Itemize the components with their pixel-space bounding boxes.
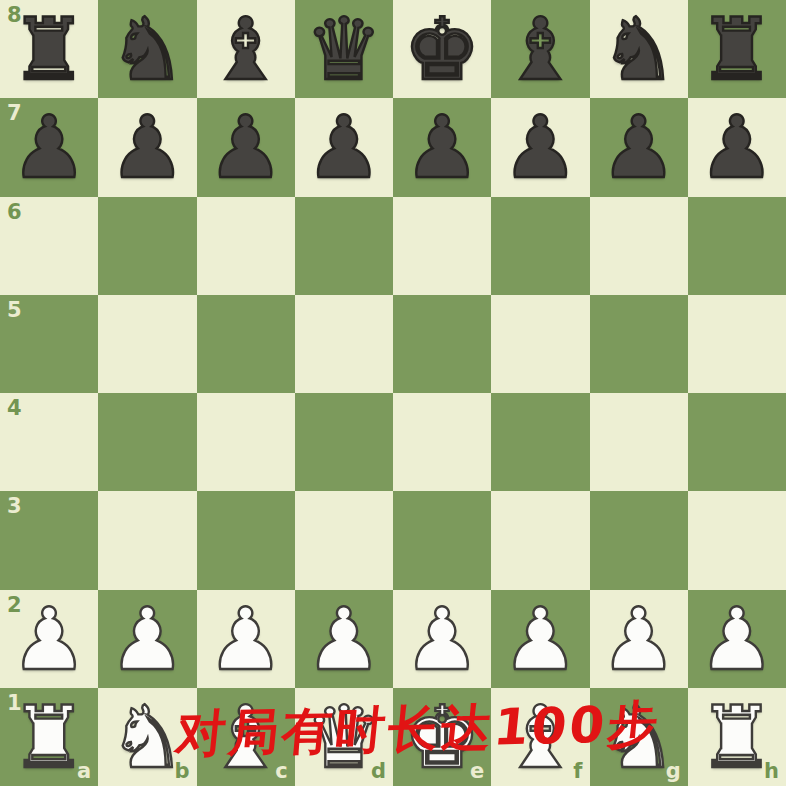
square-b1[interactable]: b♞ (98, 688, 196, 786)
square-e4[interactable] (393, 393, 491, 491)
square-a3[interactable]: 3 (0, 491, 98, 589)
piece-black-knight[interactable]: ♞ (590, 0, 688, 98)
square-h4[interactable] (688, 393, 786, 491)
piece-white-bishop[interactable]: ♝ (491, 688, 589, 786)
square-c8[interactable]: ♝ (197, 0, 295, 98)
square-g3[interactable] (590, 491, 688, 589)
piece-black-king[interactable]: ♚ (393, 0, 491, 98)
square-e1[interactable]: e♚ (393, 688, 491, 786)
square-d5[interactable] (295, 295, 393, 393)
square-f2[interactable]: ♟ (491, 590, 589, 688)
square-a7[interactable]: 7♟ (0, 98, 98, 196)
square-c7[interactable]: ♟ (197, 98, 295, 196)
square-e6[interactable] (393, 197, 491, 295)
square-g4[interactable] (590, 393, 688, 491)
chess-board: 8♜♞♝♛♚♝♞♜7♟♟♟♟♟♟♟♟65432♟♟♟♟♟♟♟♟1a♜b♞c♝d♛… (0, 0, 786, 786)
piece-white-king[interactable]: ♚ (393, 688, 491, 786)
square-h3[interactable] (688, 491, 786, 589)
square-a5[interactable]: 5 (0, 295, 98, 393)
square-d2[interactable]: ♟ (295, 590, 393, 688)
piece-white-pawn[interactable]: ♟ (98, 590, 196, 688)
square-e3[interactable] (393, 491, 491, 589)
square-a6[interactable]: 6 (0, 197, 98, 295)
square-f6[interactable] (491, 197, 589, 295)
rank-label-5: 5 (7, 300, 22, 321)
piece-white-pawn[interactable]: ♟ (197, 590, 295, 688)
square-b8[interactable]: ♞ (98, 0, 196, 98)
piece-white-bishop[interactable]: ♝ (197, 688, 295, 786)
square-c2[interactable]: ♟ (197, 590, 295, 688)
piece-white-pawn[interactable]: ♟ (393, 590, 491, 688)
rank-label-3: 3 (7, 496, 22, 517)
piece-white-knight[interactable]: ♞ (98, 688, 196, 786)
piece-white-pawn[interactable]: ♟ (590, 590, 688, 688)
piece-black-pawn[interactable]: ♟ (197, 98, 295, 196)
piece-black-pawn[interactable]: ♟ (590, 98, 688, 196)
piece-black-pawn[interactable]: ♟ (98, 98, 196, 196)
square-g1[interactable]: g♞ (590, 688, 688, 786)
piece-black-pawn[interactable]: ♟ (393, 98, 491, 196)
piece-white-rook[interactable]: ♜ (688, 688, 786, 786)
piece-black-bishop[interactable]: ♝ (491, 0, 589, 98)
square-d1[interactable]: d♛ (295, 688, 393, 786)
square-g8[interactable]: ♞ (590, 0, 688, 98)
piece-white-pawn[interactable]: ♟ (0, 590, 98, 688)
chess-app: 8♜♞♝♛♚♝♞♜7♟♟♟♟♟♟♟♟65432♟♟♟♟♟♟♟♟1a♜b♞c♝d♛… (0, 0, 786, 786)
square-c5[interactable] (197, 295, 295, 393)
square-b4[interactable] (98, 393, 196, 491)
square-g7[interactable]: ♟ (590, 98, 688, 196)
square-b2[interactable]: ♟ (98, 590, 196, 688)
square-e7[interactable]: ♟ (393, 98, 491, 196)
square-a2[interactable]: 2♟ (0, 590, 98, 688)
square-g5[interactable] (590, 295, 688, 393)
square-b7[interactable]: ♟ (98, 98, 196, 196)
piece-white-pawn[interactable]: ♟ (491, 590, 589, 688)
piece-white-pawn[interactable]: ♟ (688, 590, 786, 688)
square-f7[interactable]: ♟ (491, 98, 589, 196)
square-b6[interactable] (98, 197, 196, 295)
square-f3[interactable] (491, 491, 589, 589)
square-f1[interactable]: f♝ (491, 688, 589, 786)
square-h7[interactable]: ♟ (688, 98, 786, 196)
square-c4[interactable] (197, 393, 295, 491)
square-d4[interactable] (295, 393, 393, 491)
rank-label-4: 4 (7, 398, 22, 419)
square-f4[interactable] (491, 393, 589, 491)
piece-black-pawn[interactable]: ♟ (295, 98, 393, 196)
piece-black-queen[interactable]: ♛ (295, 0, 393, 98)
square-a8[interactable]: 8♜ (0, 0, 98, 98)
square-h1[interactable]: h♜ (688, 688, 786, 786)
square-h8[interactable]: ♜ (688, 0, 786, 98)
piece-white-knight[interactable]: ♞ (590, 688, 688, 786)
square-c6[interactable] (197, 197, 295, 295)
square-e2[interactable]: ♟ (393, 590, 491, 688)
piece-black-rook[interactable]: ♜ (0, 0, 98, 98)
square-f5[interactable] (491, 295, 589, 393)
square-d7[interactable]: ♟ (295, 98, 393, 196)
square-h2[interactable]: ♟ (688, 590, 786, 688)
square-h6[interactable] (688, 197, 786, 295)
square-e8[interactable]: ♚ (393, 0, 491, 98)
square-g6[interactable] (590, 197, 688, 295)
square-g2[interactable]: ♟ (590, 590, 688, 688)
piece-black-bishop[interactable]: ♝ (197, 0, 295, 98)
piece-white-queen[interactable]: ♛ (295, 688, 393, 786)
square-a1[interactable]: 1a♜ (0, 688, 98, 786)
square-b5[interactable] (98, 295, 196, 393)
piece-black-pawn[interactable]: ♟ (688, 98, 786, 196)
square-a4[interactable]: 4 (0, 393, 98, 491)
piece-black-pawn[interactable]: ♟ (0, 98, 98, 196)
square-h5[interactable] (688, 295, 786, 393)
square-c1[interactable]: c♝ (197, 688, 295, 786)
square-f8[interactable]: ♝ (491, 0, 589, 98)
square-d6[interactable] (295, 197, 393, 295)
square-b3[interactable] (98, 491, 196, 589)
square-d8[interactable]: ♛ (295, 0, 393, 98)
square-d3[interactable] (295, 491, 393, 589)
piece-black-rook[interactable]: ♜ (688, 0, 786, 98)
square-c3[interactable] (197, 491, 295, 589)
piece-black-pawn[interactable]: ♟ (491, 98, 589, 196)
piece-black-knight[interactable]: ♞ (98, 0, 196, 98)
piece-white-pawn[interactable]: ♟ (295, 590, 393, 688)
piece-white-rook[interactable]: ♜ (0, 688, 98, 786)
rank-label-6: 6 (7, 202, 22, 223)
square-e5[interactable] (393, 295, 491, 393)
